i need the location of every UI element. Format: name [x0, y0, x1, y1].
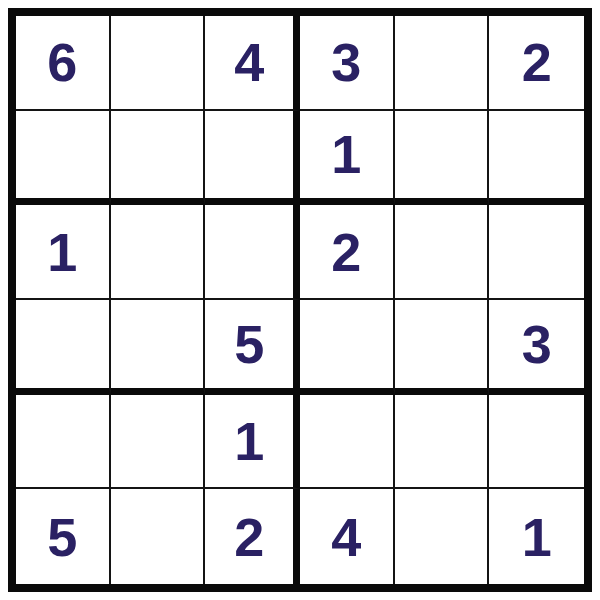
cell-r6c1[interactable]: 5	[16, 489, 111, 584]
cell-r4c2[interactable]	[111, 300, 206, 395]
cell-r3c6[interactable]	[489, 205, 584, 300]
cell-r5c3[interactable]: 1	[205, 395, 300, 490]
cell-r2c1[interactable]	[16, 111, 111, 206]
cell-r5c5[interactable]	[395, 395, 490, 490]
cell-r6c3[interactable]: 2	[205, 489, 300, 584]
cell-r1c6[interactable]: 2	[489, 16, 584, 111]
cell-r4c4[interactable]	[300, 300, 395, 395]
cell-r1c3[interactable]: 4	[205, 16, 300, 111]
cell-r4c1[interactable]	[16, 300, 111, 395]
cell-r1c1[interactable]: 6	[16, 16, 111, 111]
cell-r5c6[interactable]	[489, 395, 584, 490]
cell-r2c6[interactable]	[489, 111, 584, 206]
cell-r6c6[interactable]: 1	[489, 489, 584, 584]
cell-r1c4[interactable]: 3	[300, 16, 395, 111]
cell-r3c3[interactable]	[205, 205, 300, 300]
cell-r3c4[interactable]: 2	[300, 205, 395, 300]
cell-r3c2[interactable]	[111, 205, 206, 300]
cell-r4c6[interactable]: 3	[489, 300, 584, 395]
cell-r1c5[interactable]	[395, 16, 490, 111]
cell-r5c4[interactable]	[300, 395, 395, 490]
cell-r4c5[interactable]	[395, 300, 490, 395]
sudoku-page: 6 4 3 2 1 1 2 5 3 1 5 2 4 1	[0, 0, 600, 600]
cell-r3c1[interactable]: 1	[16, 205, 111, 300]
cell-r3c5[interactable]	[395, 205, 490, 300]
cell-r5c2[interactable]	[111, 395, 206, 490]
cell-r2c4[interactable]: 1	[300, 111, 395, 206]
cell-r5c1[interactable]	[16, 395, 111, 490]
cell-r2c5[interactable]	[395, 111, 490, 206]
cell-r1c2[interactable]	[111, 16, 206, 111]
cell-r6c4[interactable]: 4	[300, 489, 395, 584]
cell-r4c3[interactable]: 5	[205, 300, 300, 395]
cell-r2c2[interactable]	[111, 111, 206, 206]
sudoku-board: 6 4 3 2 1 1 2 5 3 1 5 2 4 1	[8, 8, 592, 592]
cell-r6c5[interactable]	[395, 489, 490, 584]
cell-r6c2[interactable]	[111, 489, 206, 584]
cell-r2c3[interactable]	[205, 111, 300, 206]
